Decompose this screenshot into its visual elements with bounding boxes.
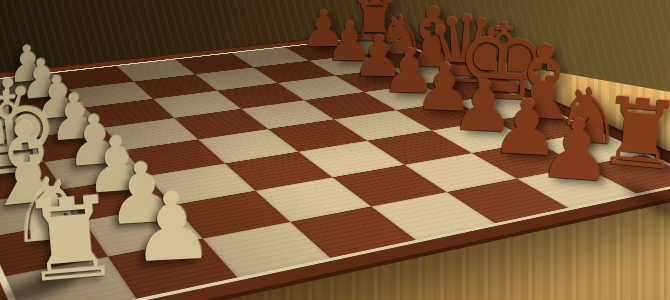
- piece-white-pawn-h2[interactable]: ♟: [127, 179, 215, 276]
- chess-3d-scene: ♜♞♝♛♚♝♞♜♟♟♟♟♟♟♟♟♟♟♟♟♟♟♟♟♜♞♝♛♚♝♞♜: [0, 0, 670, 300]
- pieces-layer: ♜♞♝♛♚♝♞♜♟♟♟♟♟♟♟♟♟♟♟♟♟♟♟♟♜♞♝♛♚♝♞♜: [0, 0, 670, 300]
- render-layer: ♜♞♝♛♚♝♞♜♟♟♟♟♟♟♟♟♟♟♟♟♟♟♟♟♜♞♝♛♚♝♞♜: [0, 0, 670, 300]
- piece-black-pawn-h7[interactable]: ♟: [536, 107, 616, 195]
- piece-white-rook-h1[interactable]: ♜: [15, 181, 123, 300]
